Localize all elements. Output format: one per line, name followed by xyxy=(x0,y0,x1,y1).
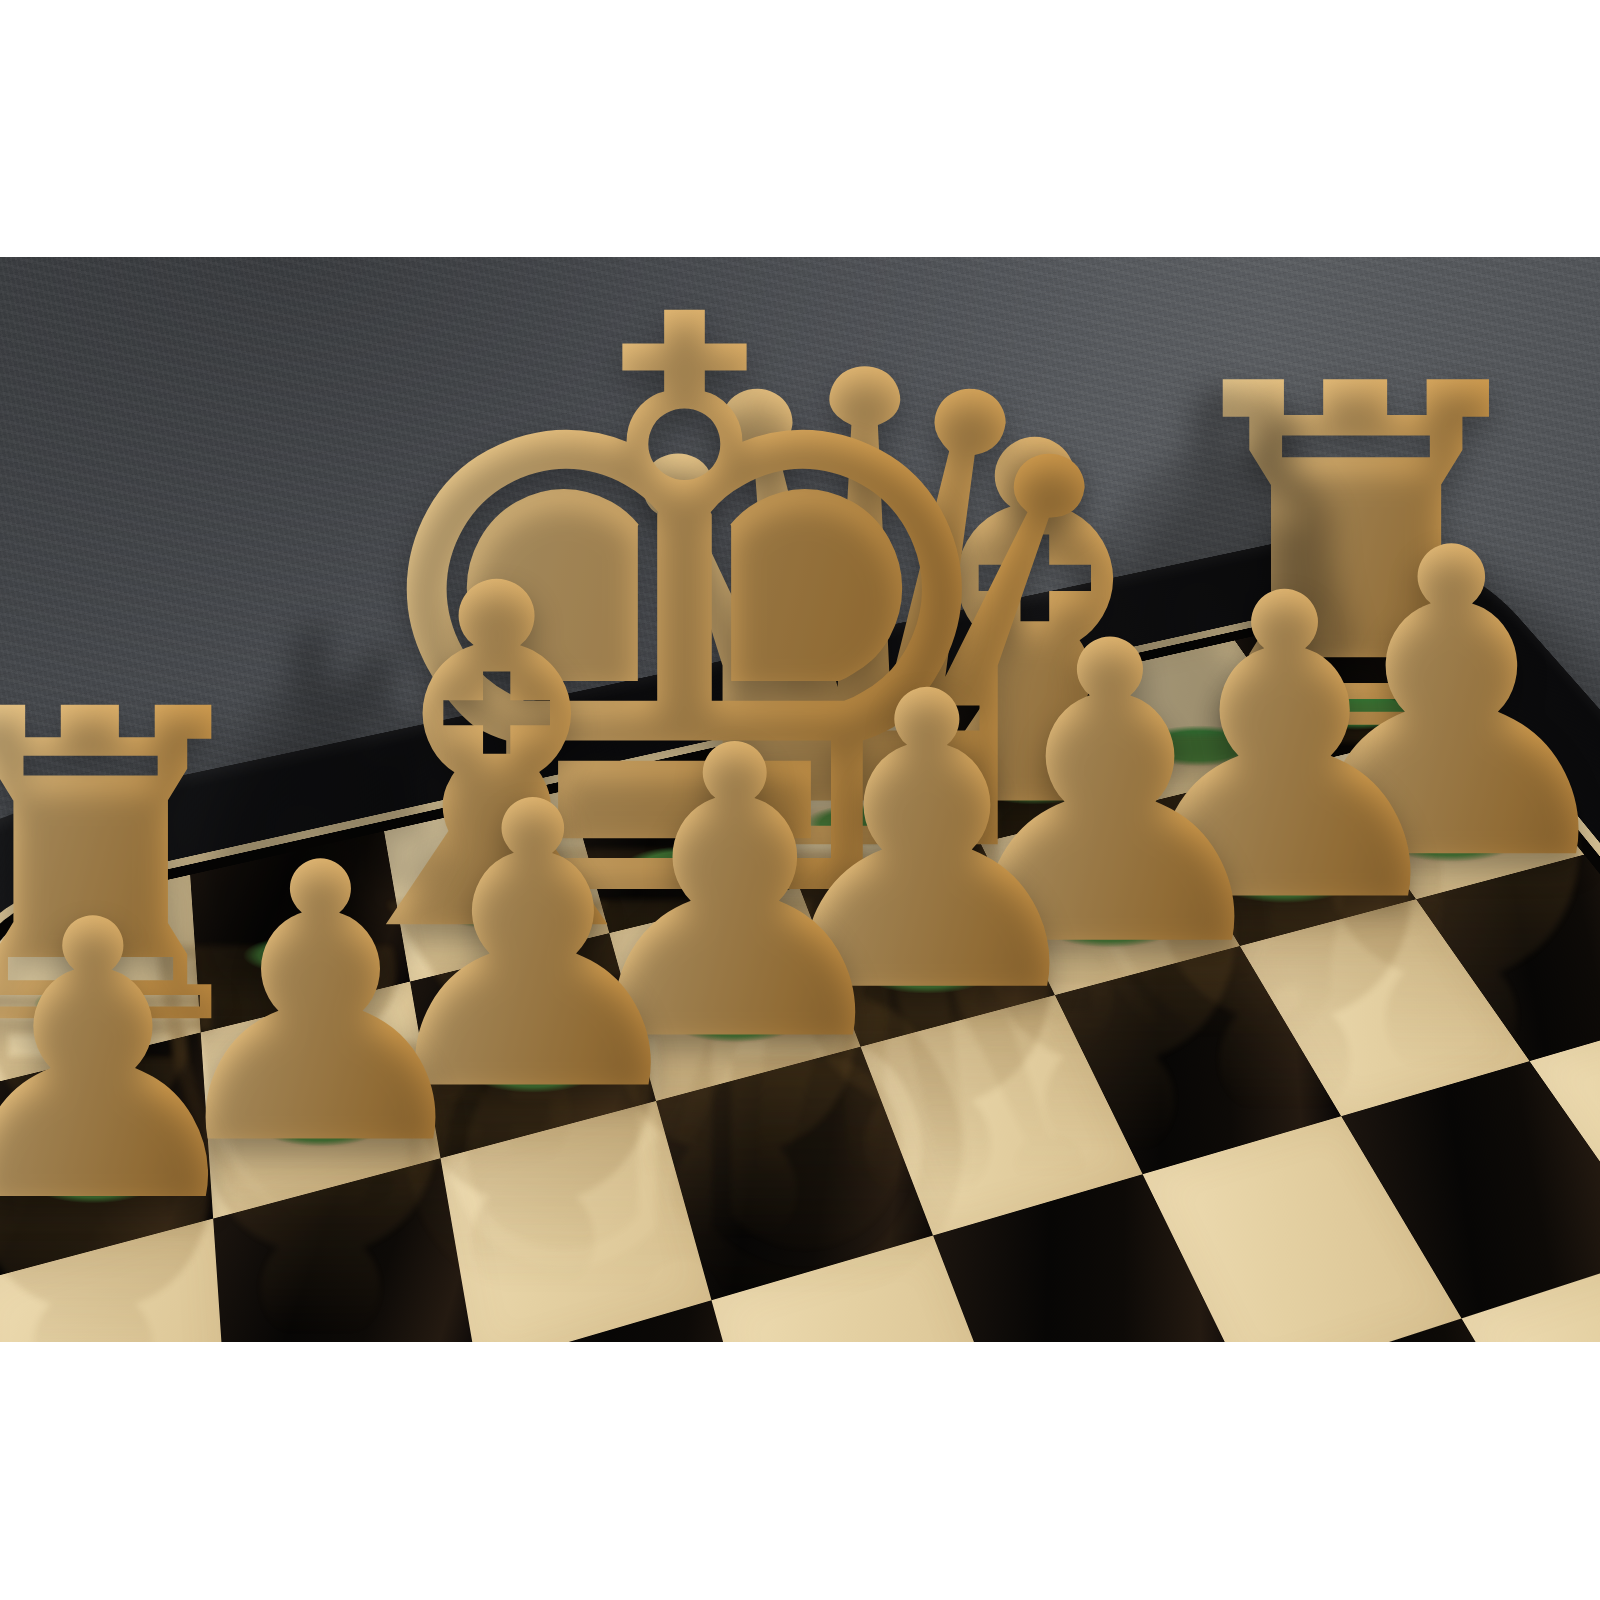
chess-photo: ♟♟♟♟♟♟♟♟♟♟♟♟♟♟♟♟♜♜♞♞♝♝♛♛♚♚♝♝♞♞♜♜ xyxy=(0,257,1600,1342)
pieces-overlay: ♟♟♟♟♟♟♟♟♟♟♟♟♟♟♟♟♜♜♞♞♝♝♛♛♚♚♝♝♞♞♜♜ xyxy=(0,257,1600,1342)
piece-glyph: ♟ xyxy=(0,871,265,1255)
page-canvas: ♟♟♟♟♟♟♟♟♟♟♟♟♟♟♟♟♜♜♞♞♝♝♛♛♚♚♝♝♞♞♜♜ xyxy=(0,0,1600,1600)
